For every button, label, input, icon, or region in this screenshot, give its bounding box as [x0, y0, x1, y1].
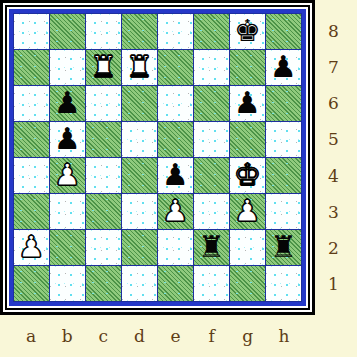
file-label-a: a — [26, 326, 36, 346]
file-labels: abcdefgh — [13, 315, 302, 357]
square-b3[interactable] — [50, 194, 85, 229]
square-b7[interactable] — [50, 50, 85, 85]
piece-wR-c7: ♜ — [90, 50, 117, 84]
square-a7[interactable] — [14, 50, 49, 85]
square-d2[interactable] — [122, 230, 157, 265]
square-c8[interactable] — [86, 14, 121, 49]
piece-bR-f2: ♜ — [198, 230, 225, 264]
square-a3[interactable] — [14, 194, 49, 229]
square-g4[interactable]: ♚ — [230, 158, 265, 193]
square-g7[interactable] — [230, 50, 265, 85]
square-f7[interactable] — [194, 50, 229, 85]
square-f2[interactable]: ♜ — [194, 230, 229, 265]
square-a2[interactable]: ♟ — [14, 230, 49, 265]
square-a5[interactable] — [14, 122, 49, 157]
square-c7[interactable]: ♜ — [86, 50, 121, 85]
square-d5[interactable] — [122, 122, 157, 157]
square-e2[interactable] — [158, 230, 193, 265]
rank-label-5: 5 — [328, 129, 339, 149]
square-e6[interactable] — [158, 86, 193, 121]
square-f3[interactable] — [194, 194, 229, 229]
rank-labels: 87654321 — [315, 13, 357, 302]
board-frame-white-inner: ♚♜♜♟♟♟♟♟♟♚♟♟♟♜♜ — [7, 7, 308, 308]
chess-diagram: ♚♜♜♟♟♟♟♟♟♚♟♟♟♜♜ abcdefgh 87654321 — [0, 0, 357, 357]
file-label-e: e — [171, 326, 181, 346]
square-f8[interactable] — [194, 14, 229, 49]
square-e5[interactable] — [158, 122, 193, 157]
square-b1[interactable] — [50, 266, 85, 301]
rank-label-6: 6 — [328, 93, 339, 113]
square-g2[interactable] — [230, 230, 265, 265]
board-frame-blue: ♚♜♜♟♟♟♟♟♟♚♟♟♟♜♜ — [9, 9, 306, 306]
square-g8[interactable]: ♚ — [230, 14, 265, 49]
square-e4[interactable]: ♟ — [158, 158, 193, 193]
square-h4[interactable] — [266, 158, 301, 193]
square-a1[interactable] — [14, 266, 49, 301]
square-g5[interactable] — [230, 122, 265, 157]
square-b5[interactable]: ♟ — [50, 122, 85, 157]
square-a8[interactable] — [14, 14, 49, 49]
board-grid: ♚♜♜♟♟♟♟♟♟♚♟♟♟♜♜ — [13, 13, 302, 302]
piece-bP-e4: ♟ — [162, 158, 189, 192]
square-h5[interactable] — [266, 122, 301, 157]
square-a4[interactable] — [14, 158, 49, 193]
square-c3[interactable] — [86, 194, 121, 229]
board-frame-outer: ♚♜♜♟♟♟♟♟♟♚♟♟♟♜♜ — [0, 0, 315, 315]
square-e8[interactable] — [158, 14, 193, 49]
square-d3[interactable] — [122, 194, 157, 229]
square-h1[interactable] — [266, 266, 301, 301]
file-label-c: c — [99, 326, 109, 346]
piece-wR-d7: ♜ — [126, 50, 153, 84]
rank-label-2: 2 — [328, 238, 339, 258]
square-g3[interactable]: ♟ — [230, 194, 265, 229]
piece-bP-g6: ♟ — [234, 86, 261, 120]
piece-bP-h7: ♟ — [270, 50, 297, 84]
square-c1[interactable] — [86, 266, 121, 301]
square-h8[interactable] — [266, 14, 301, 49]
square-h7[interactable]: ♟ — [266, 50, 301, 85]
square-d6[interactable] — [122, 86, 157, 121]
square-e3[interactable]: ♟ — [158, 194, 193, 229]
piece-wP-e3: ♟ — [162, 194, 189, 228]
square-h6[interactable] — [266, 86, 301, 121]
rank-label-7: 7 — [328, 57, 339, 77]
square-c6[interactable] — [86, 86, 121, 121]
file-label-h: h — [278, 326, 289, 346]
square-f6[interactable] — [194, 86, 229, 121]
square-b6[interactable]: ♟ — [50, 86, 85, 121]
square-g1[interactable] — [230, 266, 265, 301]
file-label-b: b — [62, 326, 73, 346]
piece-bP-b6: ♟ — [54, 86, 81, 120]
square-f5[interactable] — [194, 122, 229, 157]
square-h3[interactable] — [266, 194, 301, 229]
square-c4[interactable] — [86, 158, 121, 193]
square-e7[interactable] — [158, 50, 193, 85]
piece-bP-b5: ♟ — [54, 122, 81, 156]
square-d7[interactable]: ♜ — [122, 50, 157, 85]
square-b2[interactable] — [50, 230, 85, 265]
square-d8[interactable] — [122, 14, 157, 49]
square-f1[interactable] — [194, 266, 229, 301]
square-e1[interactable] — [158, 266, 193, 301]
file-label-g: g — [242, 326, 253, 346]
square-g6[interactable]: ♟ — [230, 86, 265, 121]
square-b4[interactable]: ♟ — [50, 158, 85, 193]
square-c2[interactable] — [86, 230, 121, 265]
piece-wK-g4: ♚ — [234, 158, 261, 192]
piece-wP-g3: ♟ — [234, 194, 261, 228]
piece-wP-a2: ♟ — [18, 230, 45, 264]
rank-label-1: 1 — [328, 274, 339, 294]
piece-bK-g8: ♚ — [234, 14, 261, 48]
board-frame-white: ♚♜♜♟♟♟♟♟♟♚♟♟♟♜♜ — [3, 3, 312, 312]
square-d1[interactable] — [122, 266, 157, 301]
square-d4[interactable] — [122, 158, 157, 193]
rank-label-8: 8 — [328, 21, 339, 41]
piece-bR-h2: ♜ — [270, 230, 297, 264]
piece-wP-b4: ♟ — [54, 158, 81, 192]
file-label-f: f — [209, 326, 215, 346]
square-h2[interactable]: ♜ — [266, 230, 301, 265]
board-frame-black: ♚♜♜♟♟♟♟♟♟♚♟♟♟♜♜ — [5, 5, 310, 310]
file-label-d: d — [134, 326, 145, 346]
rank-label-3: 3 — [328, 202, 339, 222]
square-b8[interactable] — [50, 14, 85, 49]
square-a6[interactable] — [14, 86, 49, 121]
rank-label-4: 4 — [328, 166, 339, 186]
square-f4[interactable] — [194, 158, 229, 193]
square-c5[interactable] — [86, 122, 121, 157]
